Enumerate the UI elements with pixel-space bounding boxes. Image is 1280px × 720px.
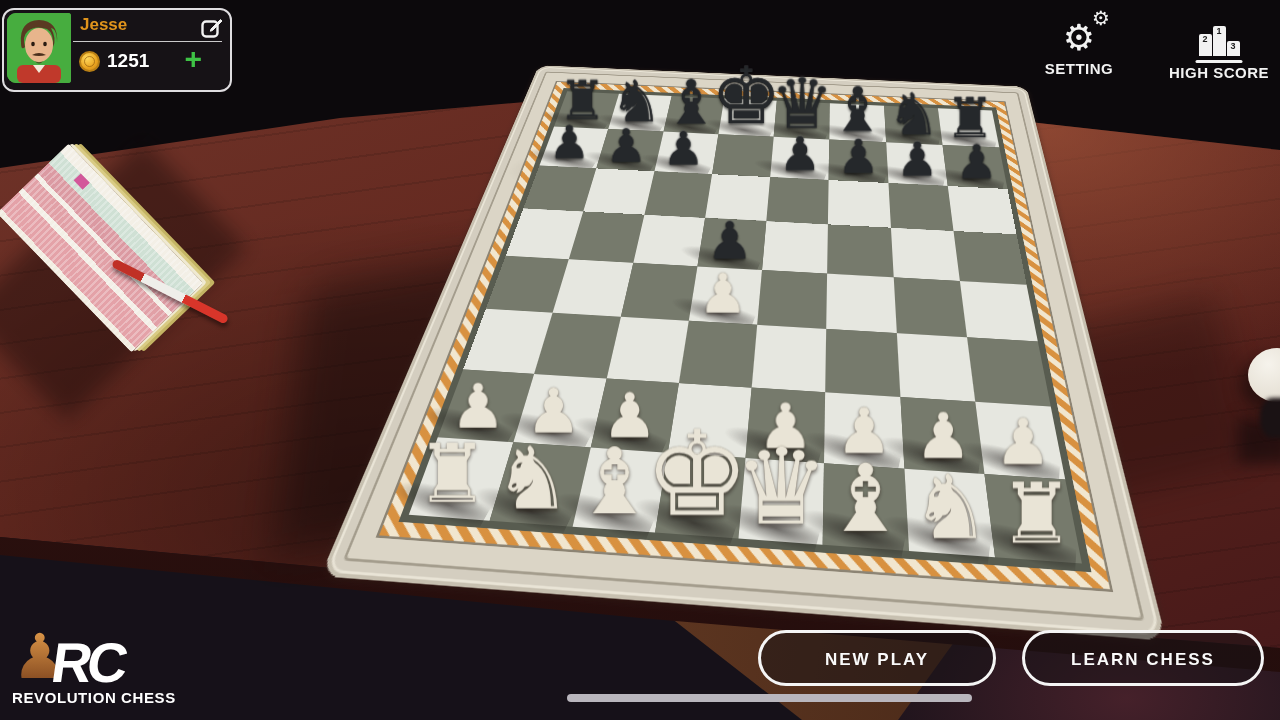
square-d3[interactable] — [752, 325, 827, 392]
square-g6[interactable] — [584, 168, 655, 214]
add-coins-button[interactable]: + — [184, 44, 202, 74]
podium-3: 3 — [1227, 41, 1240, 56]
square-c6[interactable] — [828, 180, 890, 228]
square-e8[interactable]: ♚ — [718, 98, 777, 137]
piece-wP[interactable]: ♟ — [995, 413, 1052, 470]
chess-board-area: ♜♞♝♚♛♝♞♜♟♟♟♟♟♟♟♟♟♟♟♟♟♟♟♟♜♞♝♚♛♝♞♜ — [452, 0, 1072, 580]
piece-bP[interactable]: ♟ — [707, 218, 753, 265]
square-b1[interactable]: ♞ — [904, 468, 995, 557]
square-d1[interactable]: ♛ — [738, 458, 824, 545]
coin-amount: 1251 — [107, 50, 149, 72]
piece-wP[interactable]: ♟ — [699, 269, 748, 318]
square-f7[interactable]: ♟ — [654, 132, 718, 174]
piece-bP[interactable]: ♟ — [896, 139, 938, 181]
piece-wN[interactable]: ♞ — [911, 467, 990, 547]
player-name: Jesse — [80, 15, 127, 35]
setting-label: SETTING — [1020, 60, 1138, 77]
square-c4[interactable] — [826, 274, 896, 334]
mug-handle — [1260, 398, 1280, 438]
piece-bP[interactable]: ♟ — [956, 142, 998, 184]
podium-1: 1 — [1213, 26, 1226, 56]
gesture-bar[interactable] — [567, 694, 972, 702]
square-c1[interactable]: ♝ — [823, 463, 908, 551]
podium-icon: 2 1 3 — [1160, 10, 1278, 60]
piece-bP[interactable]: ♟ — [837, 136, 879, 178]
piece-wR[interactable]: ♜ — [1000, 478, 1075, 553]
piece-bQ[interactable]: ♛ — [770, 72, 833, 135]
new-play-button[interactable]: NEW PLAY — [758, 630, 996, 686]
square-a4[interactable] — [960, 281, 1038, 342]
piece-bP[interactable]: ♟ — [663, 128, 704, 170]
square-a1[interactable]: ♜ — [984, 474, 1082, 564]
square-d4[interactable] — [757, 270, 827, 329]
avatar — [7, 13, 71, 83]
piece-wR[interactable]: ♜ — [415, 439, 488, 512]
piece-bP[interactable]: ♟ — [605, 125, 646, 166]
learn-chess-button[interactable]: LEARN CHESS — [1022, 630, 1264, 686]
square-f6[interactable] — [644, 171, 712, 218]
piece-wN[interactable]: ♞ — [494, 439, 571, 517]
square-e1[interactable]: ♚ — [655, 452, 746, 538]
square-c5[interactable] — [827, 224, 893, 277]
top-right-menu: ⚙⚙ SETTING 2 1 3 HIGH SCORE — [1020, 10, 1278, 81]
setting-button[interactable]: ⚙⚙ SETTING — [1020, 10, 1138, 81]
edit-profile-button[interactable] — [200, 16, 224, 40]
high-score-button[interactable]: 2 1 3 HIGH SCORE — [1160, 10, 1278, 81]
podium-2: 2 — [1199, 34, 1212, 56]
podium-base — [1196, 60, 1243, 63]
square-c7[interactable]: ♟ — [829, 140, 888, 183]
coin-icon — [79, 51, 100, 72]
gear-icon: ⚙⚙ — [1020, 10, 1138, 56]
piece-wP[interactable]: ♟ — [450, 379, 505, 434]
logo-monogram: RC — [48, 639, 126, 687]
player-card[interactable]: Jesse 1251 + — [2, 8, 232, 92]
square-b3[interactable] — [896, 333, 975, 401]
bookmark — [74, 173, 90, 189]
piece-wB[interactable]: ♝ — [824, 457, 908, 541]
piece-bP[interactable]: ♟ — [779, 133, 821, 175]
square-e3[interactable] — [679, 321, 758, 387]
app-logo: ♟ RC REVOLUTION CHESS — [12, 625, 176, 706]
square-b6[interactable] — [888, 183, 953, 231]
square-b7[interactable]: ♟ — [886, 142, 948, 185]
high-score-label: HIGH SCORE — [1160, 64, 1278, 81]
piece-bP[interactable]: ♟ — [548, 122, 589, 163]
square-f3[interactable] — [606, 317, 688, 383]
square-c3[interactable] — [825, 329, 899, 396]
square-b4[interactable] — [893, 277, 967, 337]
square-d7[interactable]: ♟ — [770, 137, 829, 180]
piece-wQ[interactable]: ♛ — [734, 440, 829, 535]
